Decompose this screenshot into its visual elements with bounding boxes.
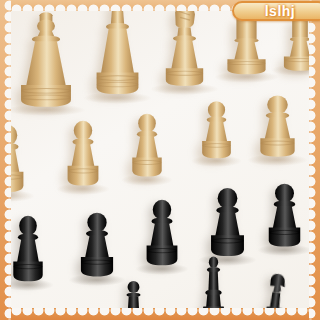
watermark-badge: lslhj bbox=[232, 1, 320, 21]
piece-black-pawn bbox=[74, 209, 120, 283]
product-photo-chess-pieces: lslhj bbox=[0, 0, 320, 320]
watermark-text: lslhj bbox=[265, 4, 296, 18]
black-pawn-silhouette bbox=[262, 180, 307, 253]
black-bishop-silhouette bbox=[115, 280, 152, 320]
tan-king-silhouette bbox=[90, 0, 145, 101]
tan-pawn-silhouette bbox=[196, 98, 237, 164]
black-queen-silhouette bbox=[194, 256, 233, 318]
piece-black-pawn bbox=[7, 212, 49, 288]
piece-tan-bishop bbox=[277, 19, 320, 73]
piece-black-pawn bbox=[262, 180, 307, 253]
black-pawn-silhouette bbox=[140, 196, 184, 272]
tan-bishop-silhouette bbox=[277, 19, 320, 73]
piece-black-queen bbox=[194, 256, 233, 318]
piece-tan-rook bbox=[220, 19, 273, 80]
piece-tan-queen bbox=[14, 9, 78, 113]
piece-black-pawn bbox=[140, 196, 184, 272]
piece-tan-pawn bbox=[196, 98, 237, 164]
piece-tan-knight bbox=[157, 5, 212, 92]
black-pawn-silhouette bbox=[204, 184, 251, 263]
black-knight-silhouette bbox=[255, 269, 297, 320]
piece-black-pawn bbox=[204, 184, 251, 263]
tan-rook-silhouette bbox=[220, 19, 273, 80]
piece-tan-king bbox=[90, 0, 145, 101]
piece-black-knight bbox=[255, 269, 297, 320]
tan-knight-silhouette bbox=[157, 5, 212, 92]
pieces-layer bbox=[0, 0, 320, 320]
piece-tan-pawn bbox=[61, 117, 105, 192]
tan-pawn-silhouette bbox=[61, 117, 105, 192]
tan-pawn-silhouette bbox=[253, 92, 302, 163]
tan-queen-silhouette bbox=[14, 9, 78, 113]
tan-pawn-silhouette bbox=[126, 110, 168, 183]
black-pawn-silhouette bbox=[7, 212, 49, 288]
piece-tan-pawn bbox=[126, 110, 168, 183]
piece-tan-pawn bbox=[0, 121, 30, 199]
tan-pawn-silhouette bbox=[0, 121, 30, 199]
black-pawn-silhouette bbox=[74, 209, 120, 283]
piece-tan-pawn bbox=[253, 92, 302, 163]
piece-black-bishop bbox=[115, 280, 152, 320]
